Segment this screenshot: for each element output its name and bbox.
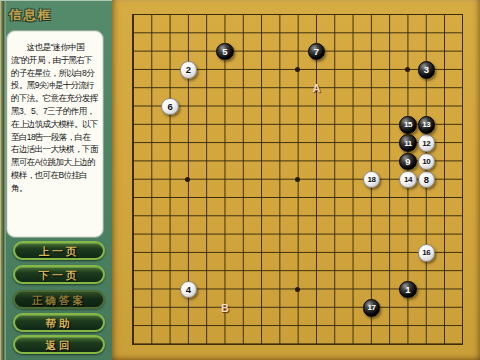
stone-white-8: 8 [418,171,436,189]
stone-black-7: 7 [308,43,326,61]
stone-black-15: 15 [399,116,417,134]
stone-black-11: 11 [399,134,417,152]
stone-black-13: 13 [418,116,436,134]
stone-white-16: 16 [418,244,436,262]
stone-black-3: 3 [418,61,436,79]
point-label-B: B [216,301,234,315]
stones-layer: 123456789101112131415161718AB [112,0,480,360]
back-button[interactable]: 返回 [13,335,105,354]
stone-black-1: 1 [399,281,417,299]
stone-white-12: 12 [418,134,436,152]
prev-page-button[interactable]: 上一页 [13,241,105,260]
stone-black-9: 9 [399,153,417,171]
info-textbox: 这也是“迷你中国 流”的开局，由于黑右下 的子在星位，所以白8分 投。黑9尖冲是… [6,30,104,238]
info-panel: 信息框 这也是“迷你中国 流”的开局，由于黑右下 的子在星位，所以白8分 投。黑… [0,0,112,360]
stone-black-5: 5 [216,43,234,61]
info-panel-title: 信息框 [9,7,53,24]
go-board[interactable]: 123456789101112131415161718AB [112,0,480,360]
stone-white-2: 2 [180,61,198,79]
lesson-text: 这也是“迷你中国 流”的开局，由于黑右下 的子在星位，所以白8分 投。黑9尖冲是… [11,41,101,195]
point-label-A: A [308,81,326,95]
next-page-button[interactable]: 下一页 [13,265,105,284]
correct-answer-button[interactable]: 正确答案 [13,290,105,309]
stone-black-17: 17 [363,299,381,317]
stone-white-14: 14 [399,171,417,189]
stone-white-6: 6 [161,98,179,116]
stone-white-4: 4 [180,281,198,299]
help-button[interactable]: 帮助 [13,313,105,332]
stone-white-18: 18 [363,171,381,189]
go-tutorial-window: 信息框 这也是“迷你中国 流”的开局，由于黑右下 的子在星位，所以白8分 投。黑… [0,0,480,360]
stone-white-10: 10 [418,153,436,171]
